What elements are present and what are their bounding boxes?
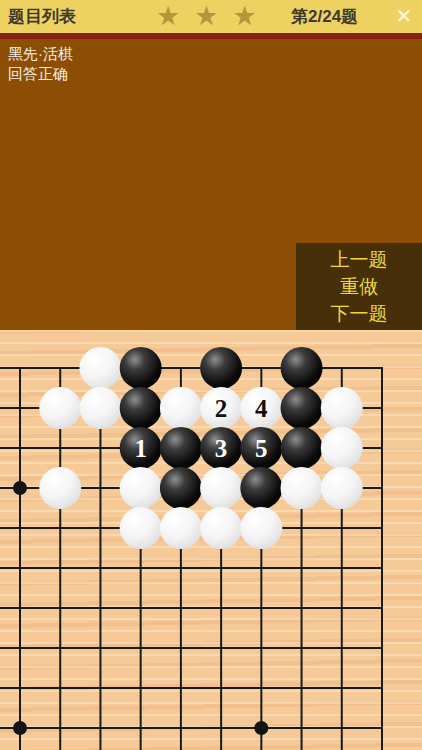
star-icon: ★ bbox=[156, 3, 180, 30]
stone-black bbox=[120, 347, 162, 389]
info-text: 黑先·活棋 回答正确 bbox=[8, 44, 73, 84]
star-point bbox=[254, 721, 268, 735]
stone-white bbox=[39, 387, 81, 429]
stone-white bbox=[200, 467, 242, 509]
stone-white bbox=[240, 507, 282, 549]
go-board-svg[interactable]: 24135 bbox=[0, 330, 422, 750]
stone-black bbox=[240, 467, 282, 509]
stone-black bbox=[160, 427, 202, 469]
move-number: 5 bbox=[255, 435, 268, 462]
stone-white bbox=[321, 387, 363, 429]
stone-black: 1 bbox=[120, 427, 162, 469]
move-number: 3 bbox=[215, 435, 228, 462]
stone-black bbox=[160, 467, 202, 509]
move-number: 4 bbox=[255, 395, 268, 422]
stone-black bbox=[120, 387, 162, 429]
star-icon: ★ bbox=[194, 3, 218, 30]
redo-button[interactable]: 重做 bbox=[296, 273, 422, 300]
stone-white bbox=[200, 507, 242, 549]
stone-white bbox=[79, 347, 121, 389]
header: 题目列表 ★ ★ ★ 第2/24题 ✕ bbox=[0, 0, 422, 33]
problem-list-button[interactable]: 题目列表 bbox=[8, 0, 76, 33]
stone-white: 2 bbox=[200, 387, 242, 429]
star-point bbox=[13, 481, 27, 495]
task-description: 黑先·活棋 bbox=[8, 44, 73, 64]
stone-white bbox=[39, 467, 81, 509]
move-number: 1 bbox=[134, 435, 147, 462]
stone-white bbox=[160, 507, 202, 549]
stone-white bbox=[79, 387, 121, 429]
stone-white bbox=[120, 507, 162, 549]
answer-status: 回答正确 bbox=[8, 64, 73, 84]
close-icon: ✕ bbox=[396, 5, 413, 27]
info-panel: 黑先·活棋 回答正确 上一题 重做 下一题 bbox=[0, 39, 422, 330]
stone-white bbox=[120, 467, 162, 509]
stone-white bbox=[160, 387, 202, 429]
close-button[interactable]: ✕ bbox=[390, 0, 418, 33]
stone-white bbox=[281, 467, 323, 509]
app-root: 题目列表 ★ ★ ★ 第2/24题 ✕ 黑先·活棋 回答正确 上一题 重做 下一… bbox=[0, 0, 422, 750]
move-number: 2 bbox=[215, 395, 228, 422]
stone-white: 4 bbox=[240, 387, 282, 429]
stone-black bbox=[281, 387, 323, 429]
star-rating: ★ ★ ★ bbox=[156, 0, 257, 33]
star-icon: ★ bbox=[232, 3, 256, 30]
problem-progress: 第2/24题 bbox=[291, 0, 358, 33]
star-point bbox=[13, 721, 27, 735]
stone-black: 5 bbox=[240, 427, 282, 469]
stone-black bbox=[281, 347, 323, 389]
stone-black bbox=[281, 427, 323, 469]
stone-white bbox=[321, 467, 363, 509]
stone-black bbox=[200, 347, 242, 389]
next-problem-button[interactable]: 下一题 bbox=[296, 300, 422, 327]
go-board[interactable]: 24135 bbox=[0, 330, 422, 750]
stone-white bbox=[321, 427, 363, 469]
nav-panel: 上一题 重做 下一题 bbox=[296, 243, 422, 330]
prev-problem-button[interactable]: 上一题 bbox=[296, 246, 422, 273]
stone-black: 3 bbox=[200, 427, 242, 469]
